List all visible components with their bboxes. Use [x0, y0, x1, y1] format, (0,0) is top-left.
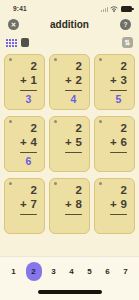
plus-sign: + — [20, 74, 27, 87]
card-top-number: 2 — [95, 184, 134, 197]
card-answer: 4 — [64, 93, 83, 105]
card-bottom-number: 2 — [76, 74, 82, 87]
card-bottom-number: 9 — [121, 198, 127, 211]
card-corner-dot — [99, 58, 102, 61]
flashcard-2plus6[interactable]: 2 + 6 — [94, 116, 135, 172]
flashcard-2plus9[interactable]: 2 + 9 — [94, 178, 135, 234]
status-icons — [101, 6, 132, 12]
flashcard-2plus8[interactable]: 2 + 8 — [49, 178, 90, 234]
answer-line — [65, 90, 82, 92]
page-button-5[interactable]: 5 — [84, 262, 96, 281]
plus-sign: + — [20, 198, 27, 211]
answer-line — [65, 214, 82, 216]
home-indicator — [38, 290, 102, 294]
single-card-view-icon[interactable] — [21, 38, 29, 48]
page-button-6[interactable]: 6 — [102, 262, 114, 281]
answer-line — [65, 152, 82, 154]
page-title: addition — [0, 19, 139, 30]
card-corner-dot — [9, 182, 12, 185]
view-toolbar: ⇅ — [0, 35, 139, 50]
card-corner-dot — [99, 120, 102, 123]
cellular-signal-icon — [101, 7, 108, 12]
plus-sign: + — [65, 136, 72, 149]
sort-icon: ⇅ — [125, 39, 131, 46]
plus-sign: + — [20, 136, 27, 149]
card-corner-dot — [9, 58, 12, 61]
card-bottom-number: 3 — [121, 74, 127, 87]
answer-line — [20, 90, 37, 92]
close-button[interactable]: ✕ — [8, 19, 19, 30]
card-top-number: 2 — [5, 184, 44, 197]
card-bottom-number: 6 — [121, 136, 127, 149]
sort-button[interactable]: ⇅ — [122, 37, 133, 48]
wifi-icon — [110, 6, 118, 12]
card-top-number: 2 — [5, 60, 44, 73]
plus-sign: + — [110, 136, 117, 149]
card-corner-dot — [54, 120, 57, 123]
card-top-number: 2 — [50, 184, 89, 197]
page-button-4[interactable]: 4 — [66, 262, 78, 281]
flashcard-2plus2[interactable]: 2 + 2 4 — [49, 54, 90, 110]
plus-sign: + — [65, 74, 72, 87]
answer-line — [20, 152, 37, 154]
page-button-1[interactable]: 1 — [8, 262, 20, 281]
card-answer: 5 — [109, 93, 128, 105]
answer-line — [20, 214, 37, 216]
plus-sign: + — [110, 74, 117, 87]
card-corner-dot — [9, 120, 12, 123]
flashcard-2plus5[interactable]: 2 + 5 — [49, 116, 90, 172]
flashcard-grid: 2 + 1 3 2 + 2 4 2 + 3 5 2 + 4 — [0, 54, 139, 234]
card-bottom-number: 7 — [31, 198, 37, 211]
close-icon: ✕ — [11, 21, 16, 29]
answer-line — [110, 214, 127, 216]
plus-sign: + — [65, 198, 72, 211]
plus-sign: + — [110, 198, 117, 211]
flashcard-2plus1[interactable]: 2 + 1 3 — [4, 54, 45, 110]
question-icon: ? — [124, 21, 128, 28]
navigation-header: ✕ addition ? — [0, 16, 139, 33]
flashcard-2plus3[interactable]: 2 + 3 5 — [94, 54, 135, 110]
page-button-3[interactable]: 3 — [48, 262, 60, 281]
card-corner-dot — [54, 58, 57, 61]
card-answer: 6 — [19, 155, 38, 167]
card-top-number: 2 — [95, 60, 134, 73]
card-top-number: 2 — [95, 122, 134, 135]
card-corner-dot — [99, 182, 102, 185]
flashcard-2plus7[interactable]: 2 + 7 — [4, 178, 45, 234]
page-button-7[interactable]: 7 — [120, 262, 132, 281]
card-bottom-number: 1 — [31, 74, 37, 87]
card-top-number: 2 — [50, 122, 89, 135]
help-button[interactable]: ? — [120, 19, 131, 30]
page-button-2-active[interactable]: 2 — [26, 262, 42, 281]
pagination-bar: 1 2 3 4 5 6 7 — [0, 256, 139, 300]
card-bottom-number: 4 — [31, 136, 37, 149]
answer-line — [110, 90, 127, 92]
grid-view-icon[interactable] — [6, 39, 17, 47]
card-bottom-number: 5 — [76, 136, 82, 149]
flashcard-2plus4[interactable]: 2 + 4 6 — [4, 116, 45, 172]
answer-line — [110, 152, 127, 154]
page-selector: 1 2 3 4 5 6 7 — [0, 257, 139, 281]
clock-time: 9:41 — [13, 5, 27, 12]
card-top-number: 2 — [5, 122, 44, 135]
card-top-number: 2 — [50, 60, 89, 73]
battery-icon — [121, 6, 132, 12]
card-corner-dot — [54, 182, 57, 185]
card-answer: 3 — [19, 93, 38, 105]
status-bar: 9:41 — [0, 0, 139, 14]
card-bottom-number: 8 — [76, 198, 82, 211]
